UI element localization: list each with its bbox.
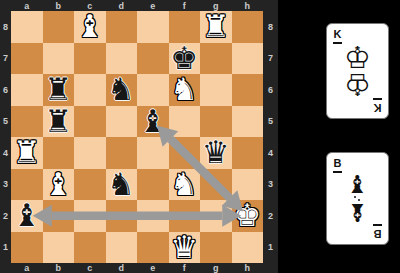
square-f5[interactable] <box>169 106 201 138</box>
piece-black-knight[interactable]: ♞ <box>106 169 138 201</box>
square-h1[interactable] <box>232 232 264 264</box>
square-f8[interactable] <box>169 11 201 43</box>
square-e8[interactable] <box>137 11 169 43</box>
square-b8[interactable] <box>43 11 75 43</box>
square-h4[interactable] <box>232 137 264 169</box>
piece-white-queen[interactable]: ♛ <box>169 232 201 264</box>
coord-label: a <box>11 0 43 11</box>
coord-label: 5 <box>263 106 278 138</box>
square-h3[interactable] <box>232 169 264 201</box>
square-c6[interactable] <box>74 74 106 106</box>
square-d8[interactable] <box>106 11 138 43</box>
square-f3[interactable]: ♞ <box>169 169 201 201</box>
coord-label: 1 <box>263 232 278 264</box>
coord-label: h <box>232 262 264 273</box>
coord-label: 7 <box>263 43 278 75</box>
square-a7[interactable] <box>11 43 43 75</box>
square-a6[interactable] <box>11 74 43 106</box>
square-e2[interactable] <box>137 200 169 232</box>
cards-panel: K♔♔KB♝♝B <box>278 0 400 273</box>
square-d5[interactable] <box>106 106 138 138</box>
square-h6[interactable] <box>232 74 264 106</box>
king-icon-mirrored: ♔ <box>344 71 371 97</box>
coord-label: 6 <box>0 74 11 106</box>
rank-labels-right: 87654321 <box>263 11 278 263</box>
chess-board: abcdefgh abcdefgh 87654321 87654321 ♝♜♚♜… <box>0 0 278 273</box>
square-e7[interactable] <box>137 43 169 75</box>
card-piece-figure: ♔♔ <box>344 45 371 97</box>
square-c7[interactable] <box>74 43 106 75</box>
square-c5[interactable] <box>74 106 106 138</box>
piece-white-rook[interactable]: ♜ <box>200 11 232 43</box>
square-b1[interactable] <box>43 232 75 264</box>
square-e1[interactable] <box>137 232 169 264</box>
square-g5[interactable] <box>200 106 232 138</box>
coord-label: e <box>137 262 169 273</box>
card-bishop[interactable]: B♝♝B <box>326 152 389 245</box>
square-b2[interactable] <box>43 200 75 232</box>
piece-white-king[interactable]: ♚ <box>232 200 264 232</box>
bishop-icon: ♝ <box>346 173 368 196</box>
card-rank-label: K <box>373 98 382 113</box>
piece-black-queen[interactable]: ♛ <box>200 137 232 169</box>
card-king[interactable]: K♔♔K <box>326 23 389 119</box>
square-d4[interactable] <box>106 137 138 169</box>
square-h7[interactable] <box>232 43 264 75</box>
square-g4[interactable]: ♛ <box>200 137 232 169</box>
card-letter: B <box>334 158 342 169</box>
coord-label: 5 <box>0 106 11 138</box>
square-a3[interactable] <box>11 169 43 201</box>
card-letter: B <box>374 228 382 239</box>
card-letter: K <box>374 102 382 113</box>
square-a1[interactable] <box>11 232 43 264</box>
coord-label: d <box>106 0 138 11</box>
coord-label: 7 <box>0 43 11 75</box>
square-f7[interactable]: ♚ <box>169 43 201 75</box>
app: abcdefgh abcdefgh 87654321 87654321 ♝♜♚♜… <box>0 0 400 273</box>
square-e3[interactable] <box>137 169 169 201</box>
piece-black-bishop[interactable]: ♝ <box>11 200 43 232</box>
square-e5[interactable]: ♝ <box>137 106 169 138</box>
square-g7[interactable] <box>200 43 232 75</box>
card-letter-underline <box>373 224 382 227</box>
board-squares: ♝♜♚♜♞♞♜♝♜♛♝♞♞♝♚♛ <box>11 11 263 263</box>
square-h8[interactable] <box>232 11 264 43</box>
card-letter-underline <box>333 42 342 45</box>
square-b6[interactable]: ♜ <box>43 74 75 106</box>
square-d2[interactable] <box>106 200 138 232</box>
coord-label: h <box>232 0 264 11</box>
square-b7[interactable] <box>43 43 75 75</box>
square-g6[interactable] <box>200 74 232 106</box>
square-b3[interactable]: ♝ <box>43 169 75 201</box>
coord-label: 2 <box>0 200 11 232</box>
coord-label: f <box>169 0 201 11</box>
coord-label: e <box>137 0 169 11</box>
coord-label: 2 <box>263 200 278 232</box>
square-d1[interactable] <box>106 232 138 264</box>
square-d7[interactable] <box>106 43 138 75</box>
square-a4[interactable]: ♜ <box>11 137 43 169</box>
card-letter: K <box>334 29 342 40</box>
square-h5[interactable] <box>232 106 264 138</box>
coord-label: 8 <box>263 11 278 43</box>
card-letter-underline <box>333 171 342 174</box>
square-b4[interactable] <box>43 137 75 169</box>
square-f4[interactable] <box>169 137 201 169</box>
card-letter-underline <box>373 98 382 101</box>
square-d6[interactable]: ♞ <box>106 74 138 106</box>
piece-white-knight[interactable]: ♞ <box>169 74 201 106</box>
coord-label: b <box>43 262 75 273</box>
coord-label: 4 <box>263 137 278 169</box>
piece-black-bishop[interactable]: ♝ <box>137 106 169 138</box>
rank-labels-left: 87654321 <box>0 11 11 263</box>
square-e4[interactable] <box>137 137 169 169</box>
square-a8[interactable] <box>11 11 43 43</box>
card-rank-label: B <box>373 224 382 239</box>
piece-black-rook[interactable]: ♜ <box>43 106 75 138</box>
coord-label: 6 <box>263 74 278 106</box>
square-c2[interactable] <box>74 200 106 232</box>
piece-white-bishop[interactable]: ♝ <box>74 11 106 43</box>
square-g1[interactable] <box>200 232 232 264</box>
square-g8[interactable]: ♜ <box>200 11 232 43</box>
card-rank-label: K <box>333 29 342 44</box>
piece-black-king[interactable]: ♚ <box>169 43 201 75</box>
piece-white-knight[interactable]: ♞ <box>169 169 201 201</box>
square-a5[interactable] <box>11 106 43 138</box>
coord-label: 3 <box>263 169 278 201</box>
square-g2[interactable] <box>200 200 232 232</box>
square-g3[interactable] <box>200 169 232 201</box>
square-e6[interactable] <box>137 74 169 106</box>
piece-black-knight[interactable]: ♞ <box>106 74 138 106</box>
coord-label: g <box>200 262 232 273</box>
coord-label: c <box>74 262 106 273</box>
square-c4[interactable] <box>74 137 106 169</box>
coord-label: b <box>43 0 75 11</box>
file-labels-bottom: abcdefgh <box>11 262 263 273</box>
square-f2[interactable] <box>169 200 201 232</box>
coord-label: a <box>11 262 43 273</box>
coord-label: 1 <box>0 232 11 264</box>
piece-white-rook[interactable]: ♜ <box>11 137 43 169</box>
square-c3[interactable] <box>74 169 106 201</box>
square-d3[interactable]: ♞ <box>106 169 138 201</box>
card-piece-figure: ♝♝ <box>346 173 368 224</box>
square-f1[interactable]: ♛ <box>169 232 201 264</box>
piece-black-rook[interactable]: ♜ <box>43 74 75 106</box>
square-c1[interactable] <box>74 232 106 264</box>
bishop-icon-mirrored: ♝ <box>346 201 368 224</box>
coord-label: 8 <box>0 11 11 43</box>
coord-label: 3 <box>0 169 11 201</box>
square-b5[interactable]: ♜ <box>43 106 75 138</box>
square-c8[interactable]: ♝ <box>74 11 106 43</box>
square-a2[interactable]: ♝ <box>11 200 43 232</box>
coord-label: d <box>106 262 138 273</box>
coord-label: 4 <box>0 137 11 169</box>
card-rank-label: B <box>333 158 342 173</box>
piece-white-bishop[interactable]: ♝ <box>43 169 75 201</box>
square-f6[interactable]: ♞ <box>169 74 201 106</box>
square-h2[interactable]: ♚ <box>232 200 264 232</box>
